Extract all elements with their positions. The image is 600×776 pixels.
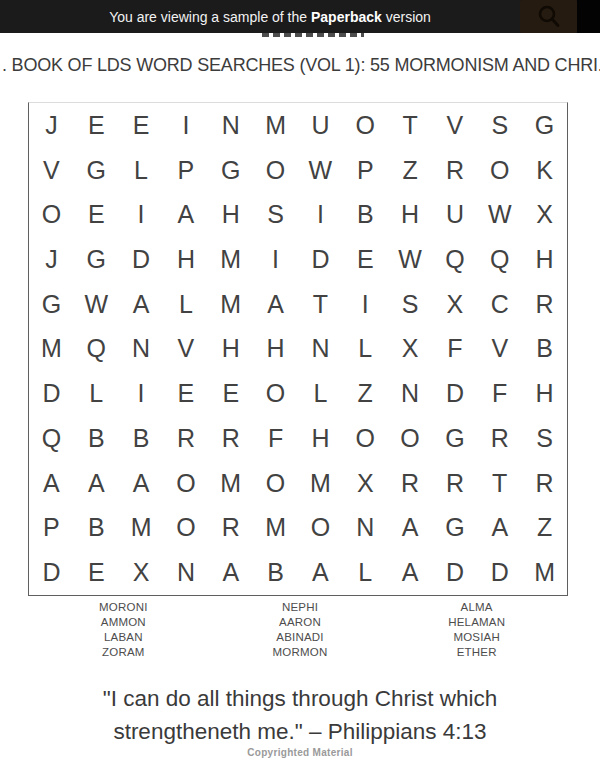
grid-cell: G: [208, 148, 253, 193]
grid-cell: E: [119, 103, 164, 148]
grid-cell: J: [29, 103, 74, 148]
grid-cell: O: [163, 506, 208, 551]
word-list-item: ALMA: [388, 600, 565, 615]
grid-cell: I: [163, 103, 208, 148]
grid-cell: O: [253, 148, 298, 193]
grid-cell: L: [343, 327, 388, 372]
grid-cell: R: [477, 416, 522, 461]
grid-cell: R: [208, 416, 253, 461]
grid-cell: H: [208, 192, 253, 237]
grid-cell: H: [163, 237, 208, 282]
word-list-item: ETHER: [388, 645, 565, 660]
grid-cell: R: [388, 461, 433, 506]
grid-cell: M: [208, 461, 253, 506]
grid-cell: O: [477, 148, 522, 193]
grid-cell: D: [432, 550, 477, 595]
sample-notice-bar: You are viewing a sample of the Paperbac…: [0, 0, 600, 33]
grid-cell: M: [119, 506, 164, 551]
grid-cell: B: [119, 416, 164, 461]
grid-cell: E: [74, 103, 119, 148]
grid-cell: F: [432, 327, 477, 372]
grid-cell: T: [298, 282, 343, 327]
grid-cell: T: [477, 461, 522, 506]
grid-cell: P: [29, 506, 74, 551]
grid-cell: Q: [432, 237, 477, 282]
grid-cell: R: [163, 416, 208, 461]
grid-cell: D: [29, 550, 74, 595]
grid-cell: G: [74, 148, 119, 193]
grid-cell: J: [29, 237, 74, 282]
word-list-item: HELAMAN: [388, 615, 565, 630]
word-list-item: AMMON: [35, 615, 212, 630]
grid-cell: D: [477, 550, 522, 595]
grid-cell: R: [432, 461, 477, 506]
grid-cell: M: [253, 506, 298, 551]
grid-cell: L: [298, 371, 343, 416]
grid-cell: A: [163, 192, 208, 237]
grid-cell: S: [522, 416, 567, 461]
grid-cell: C: [477, 282, 522, 327]
word-list-item: ABINADI: [212, 630, 389, 645]
grid-cell: B: [343, 192, 388, 237]
grid-cell: U: [432, 192, 477, 237]
word-list-item: LABAN: [35, 630, 212, 645]
grid-cell: X: [119, 550, 164, 595]
grid-cell: A: [119, 282, 164, 327]
grid-cell: O: [388, 416, 433, 461]
sample-notice-prefix: You are viewing a sample of the: [109, 9, 311, 25]
grid-cell: E: [343, 237, 388, 282]
grid-cell: V: [477, 327, 522, 372]
grid-cell: G: [432, 506, 477, 551]
grid-cell: D: [29, 371, 74, 416]
grid-cell: K: [522, 148, 567, 193]
word-list-item: AARON: [212, 615, 389, 630]
quote-line-2: strengtheneth me." – Philippians 4:13: [113, 719, 486, 744]
grid-cell: S: [388, 282, 433, 327]
word-list-item: NEPHI: [212, 600, 389, 615]
grid-cell: H: [522, 371, 567, 416]
grid-cell: W: [388, 237, 433, 282]
grid-cell: S: [253, 192, 298, 237]
grid-cell: A: [119, 461, 164, 506]
grid-cell: Q: [29, 416, 74, 461]
grid-cell: H: [208, 327, 253, 372]
grid-cell: R: [522, 282, 567, 327]
word-list-item: MORMON: [212, 645, 389, 660]
grid-cell: I: [253, 237, 298, 282]
grid-cell: M: [253, 103, 298, 148]
grid-cell: Z: [388, 148, 433, 193]
grid-cell: O: [343, 103, 388, 148]
grid-cell: O: [343, 416, 388, 461]
grid-cell: B: [522, 327, 567, 372]
grid-cell: G: [432, 416, 477, 461]
grid-cell: B: [253, 550, 298, 595]
grid-cell: F: [253, 416, 298, 461]
grid-cell: B: [74, 416, 119, 461]
grid-cell: M: [29, 327, 74, 372]
grid-cell: W: [74, 282, 119, 327]
grid-cell: V: [29, 148, 74, 193]
grid-cell: X: [432, 282, 477, 327]
grid-cell: I: [119, 371, 164, 416]
word-search-grid: JEEINMUOTVSGVGLPGOWPZROKOEIAHSIBHUWXJGDH…: [28, 102, 568, 596]
grid-cell: X: [522, 192, 567, 237]
grid-cell: I: [298, 192, 343, 237]
magnifier-icon: [536, 4, 562, 30]
grid-cell: W: [477, 192, 522, 237]
grid-cell: N: [388, 371, 433, 416]
grid-cell: G: [522, 103, 567, 148]
grid-cell: N: [163, 550, 208, 595]
grid-cell: O: [163, 461, 208, 506]
grid-cell: S: [477, 103, 522, 148]
grid-cell: A: [29, 461, 74, 506]
grid-cell: L: [119, 148, 164, 193]
grid-cell: R: [432, 148, 477, 193]
grid-cell: D: [432, 371, 477, 416]
sample-notice-text: You are viewing a sample of the Paperbac…: [0, 0, 540, 33]
grid-cell: M: [208, 237, 253, 282]
sample-notice-suffix: version: [382, 9, 431, 25]
scripture-quote: "I can do all things through Christ whic…: [20, 682, 580, 748]
grid-cell: Z: [343, 371, 388, 416]
grid-cell: M: [522, 550, 567, 595]
grid-cell: M: [208, 282, 253, 327]
search-button[interactable]: [520, 0, 577, 33]
grid-cell: A: [253, 282, 298, 327]
grid-cell: D: [119, 237, 164, 282]
word-lists: MORONIAMMONLABANZORAMNEPHIAARONABINADIMO…: [35, 600, 565, 660]
quote-line-1: "I can do all things through Christ whic…: [103, 686, 497, 711]
grid-cell: B: [74, 506, 119, 551]
grid-cell: Q: [477, 237, 522, 282]
grid-cell: O: [253, 371, 298, 416]
grid-cell: A: [208, 550, 253, 595]
grid-cell: A: [74, 461, 119, 506]
book-title: . BOOK OF LDS WORD SEARCHES (VOL 1): 55 …: [0, 55, 600, 79]
word-list-column-3: ALMAHELAMANMOSIAHETHER: [388, 600, 565, 660]
grid-cell: A: [388, 506, 433, 551]
grid-cell: H: [388, 192, 433, 237]
clipped-text-fragment: [262, 33, 364, 37]
grid-cell: Z: [522, 506, 567, 551]
grid-cell: H: [253, 327, 298, 372]
grid-cell: L: [343, 550, 388, 595]
grid-cell: R: [208, 506, 253, 551]
grid-cell: N: [208, 103, 253, 148]
grid-cell: N: [343, 506, 388, 551]
grid-cell: O: [253, 461, 298, 506]
grid-cell: U: [298, 103, 343, 148]
grid-cell: V: [432, 103, 477, 148]
grid-cell: O: [29, 192, 74, 237]
grid-cell: D: [298, 237, 343, 282]
grid-cell: L: [74, 371, 119, 416]
bar-right-strip: [577, 0, 600, 33]
grid-cell: N: [119, 327, 164, 372]
grid-cell: A: [477, 506, 522, 551]
sample-notice-format: Paperback: [311, 9, 382, 25]
word-list-column-2: NEPHIAARONABINADIMORMON: [212, 600, 389, 660]
grid-cell: P: [163, 148, 208, 193]
grid-cell: G: [29, 282, 74, 327]
grid-cell: O: [298, 506, 343, 551]
grid-cell: E: [163, 371, 208, 416]
grid-cell: R: [522, 461, 567, 506]
word-list-item: ZORAM: [35, 645, 212, 660]
grid-cell: M: [298, 461, 343, 506]
grid-cell: Q: [74, 327, 119, 372]
grid-cell: V: [163, 327, 208, 372]
grid-cell: A: [298, 550, 343, 595]
grid-cell: W: [298, 148, 343, 193]
word-list-item: MOSIAH: [388, 630, 565, 645]
grid-cell: I: [343, 282, 388, 327]
grid-cell: E: [74, 192, 119, 237]
grid-cell: L: [163, 282, 208, 327]
grid-cell: P: [343, 148, 388, 193]
copyright-notice: Copyrighted Material: [0, 747, 600, 758]
grid-cell: N: [298, 327, 343, 372]
grid-cell: E: [208, 371, 253, 416]
word-list-column-1: MORONIAMMONLABANZORAM: [35, 600, 212, 660]
grid-cell: F: [477, 371, 522, 416]
grid-cell: H: [298, 416, 343, 461]
grid-cell: X: [388, 327, 433, 372]
grid-cell: G: [74, 237, 119, 282]
grid-cell: I: [119, 192, 164, 237]
grid-cell: E: [74, 550, 119, 595]
grid-cell: A: [388, 550, 433, 595]
grid-cell: X: [343, 461, 388, 506]
word-list-item: MORONI: [35, 600, 212, 615]
grid-cell: H: [522, 237, 567, 282]
grid-cell: T: [388, 103, 433, 148]
